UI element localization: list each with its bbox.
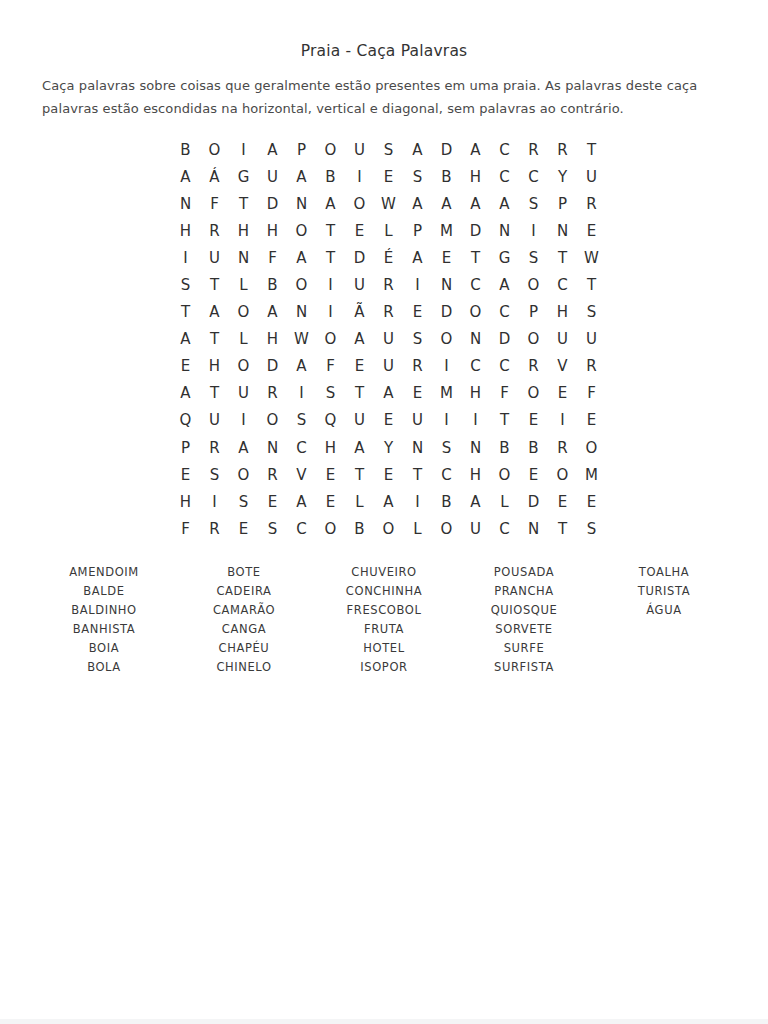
grid-cell-r8c15: U [577,326,606,353]
word-item: QUIOSQUE [454,601,594,620]
grid-cell-r15c3: E [229,515,258,542]
grid-cell-r1c12: C [490,136,519,163]
grid-cell-r14c11: A [461,488,490,515]
grid-cell-r13c8: E [374,461,403,488]
grid-cell-r10c11: H [461,380,490,407]
grid-cell-r5c14: T [548,244,577,271]
grid-cell-r13c1: E [171,461,200,488]
grid-cell-r15c12: C [490,515,519,542]
grid-cell-r2c11: H [461,163,490,190]
grid-cell-r10c15: F [577,380,606,407]
grid-cell-r10c1: A [171,380,200,407]
page: Praia - Caça Palavras Caça palavras sobr… [0,0,768,1024]
word-item: CHAPÉU [174,639,314,658]
grid-cell-r14c9: I [403,488,432,515]
grid-cell-r15c4: S [258,515,287,542]
word-item: BALDINHO [34,601,174,620]
grid-cell-r3c10: A [432,190,461,217]
grid-cell-r1c5: P [287,136,316,163]
word-item: CANGA [174,620,314,639]
grid-cell-r15c7: B [345,515,374,542]
word-list-column-2: BOTECADEIRACAMARÃOCANGACHAPÉUCHINELO [174,563,314,678]
word-item: FRESCOBOL [314,601,454,620]
grid-cell-r8c8: U [374,326,403,353]
grid-cell-r11c3: I [229,407,258,434]
grid-cell-r8c9: S [403,326,432,353]
grid-cell-r13c12: O [490,461,519,488]
grid-cell-r5c7: D [345,244,374,271]
grid-cell-r3c14: P [548,190,577,217]
grid-cell-r4c14: N [548,217,577,244]
grid-cell-r2c12: C [490,163,519,190]
grid-cell-r8c11: N [461,326,490,353]
grid-cell-r9c5: A [287,353,316,380]
grid-cell-r14c14: E [548,488,577,515]
grid-cell-r10c8: A [374,380,403,407]
grid-cell-r7c15: S [577,299,606,326]
grid-cell-r14c10: B [432,488,461,515]
grid-cell-r2c7: I [345,163,374,190]
grid-cell-r15c9: L [403,515,432,542]
grid-cell-r6c7: U [345,271,374,298]
word-item: AMENDOIM [34,563,174,582]
grid-cell-r9c9: R [403,353,432,380]
grid-cell-r10c9: E [403,380,432,407]
word-item: FRUTA [314,620,454,639]
grid-cell-r5c5: A [287,244,316,271]
grid-cell-r9c14: V [548,353,577,380]
grid-cell-r9c6: F [316,353,345,380]
grid-cell-r5c3: N [229,244,258,271]
grid-cell-r1c4: A [258,136,287,163]
grid-cell-r12c13: B [519,434,548,461]
word-item: CAMARÃO [174,601,314,620]
grid-cell-r10c2: T [200,380,229,407]
word-list-column-3: CHUVEIROCONCHINHAFRESCOBOLFRUTAHOTELISOP… [314,563,454,678]
word-list-column-4: POUSADAPRANCHAQUIOSQUESORVETESURFESURFIS… [454,563,594,678]
word-item: BOLA [34,658,174,677]
grid-cell-r4c12: N [490,217,519,244]
grid-cell-r7c5: N [287,299,316,326]
grid-cell-r6c5: O [287,271,316,298]
grid-cell-r6c3: L [229,271,258,298]
wordsearch-grid: BOIAPOUSADACRRTAÁGUABIESBHCCYUNFTDNAOWAA… [171,136,606,542]
page-title: Praia - Caça Palavras [0,42,768,60]
grid-cell-r3c9: A [403,190,432,217]
grid-cell-r6c14: C [548,271,577,298]
grid-cell-r1c13: R [519,136,548,163]
word-list-column-5: TOALHATURISTAÁGUA [594,563,734,678]
grid-cell-r3c5: N [287,190,316,217]
grid-cell-r11c11: I [461,407,490,434]
grid-cell-r10c14: E [548,380,577,407]
grid-cell-r14c4: E [258,488,287,515]
grid-cell-r2c6: B [316,163,345,190]
grid-cell-r1c6: O [316,136,345,163]
grid-cell-r2c13: C [519,163,548,190]
word-item: SURFE [454,639,594,658]
grid-cell-r15c14: T [548,515,577,542]
grid-cell-r1c10: D [432,136,461,163]
word-item: BOTE [174,563,314,582]
grid-cell-r1c7: U [345,136,374,163]
grid-cell-r7c10: D [432,299,461,326]
grid-cell-r4c3: H [229,217,258,244]
grid-cell-r7c9: E [403,299,432,326]
grid-cell-r4c13: I [519,217,548,244]
grid-cell-r6c4: B [258,271,287,298]
grid-cell-r12c3: A [229,434,258,461]
grid-cell-r3c1: N [171,190,200,217]
grid-cell-r1c2: O [200,136,229,163]
grid-cell-r8c12: D [490,326,519,353]
grid-cell-r3c7: O [345,190,374,217]
grid-cell-r2c2: Á [200,163,229,190]
grid-cell-r8c7: A [345,326,374,353]
grid-cell-r7c1: T [171,299,200,326]
word-item: HOTEL [314,639,454,658]
grid-cell-r10c5: I [287,380,316,407]
grid-cell-r4c7: E [345,217,374,244]
grid-cell-r1c9: A [403,136,432,163]
word-item: CHUVEIRO [314,563,454,582]
grid-cell-r5c10: E [432,244,461,271]
grid-cell-r9c3: O [229,353,258,380]
grid-cell-r8c6: O [316,326,345,353]
grid-cell-r13c11: H [461,461,490,488]
grid-cell-r9c1: E [171,353,200,380]
word-item: BOIA [34,639,174,658]
grid-cell-r13c4: R [258,461,287,488]
grid-cell-r11c4: O [258,407,287,434]
grid-cell-r13c3: O [229,461,258,488]
grid-cell-r6c13: O [519,271,548,298]
grid-cell-r12c11: N [461,434,490,461]
grid-cell-r4c4: H [258,217,287,244]
grid-cell-r13c2: S [200,461,229,488]
grid-cell-r6c2: T [200,271,229,298]
grid-cell-r12c1: P [171,434,200,461]
grid-cell-r15c6: O [316,515,345,542]
word-item: BANHISTA [34,620,174,639]
grid-cell-r10c13: O [519,380,548,407]
grid-cell-r2c15: U [577,163,606,190]
grid-cell-r15c11: U [461,515,490,542]
grid-cell-r4c6: T [316,217,345,244]
grid-cell-r11c14: I [548,407,577,434]
grid-cell-r2c10: B [432,163,461,190]
grid-cell-r4c11: D [461,217,490,244]
grid-cell-r4c15: E [577,217,606,244]
grid-cell-r4c1: H [171,217,200,244]
grid-cell-r3c11: A [461,190,490,217]
grid-cell-r7c2: A [200,299,229,326]
grid-cell-r7c6: I [316,299,345,326]
grid-cell-r8c4: H [258,326,287,353]
grid-cell-r12c12: B [490,434,519,461]
grid-cell-r10c3: U [229,380,258,407]
word-list: AMENDOIMBALDEBALDINHOBANHISTABOIABOLABOT… [34,563,734,678]
grid-cell-r7c11: O [461,299,490,326]
grid-cell-r6c15: T [577,271,606,298]
word-item: CHINELO [174,658,314,677]
grid-cell-r9c12: C [490,353,519,380]
grid-cell-r2c5: A [287,163,316,190]
grid-cell-r8c3: L [229,326,258,353]
grid-cell-r3c8: W [374,190,403,217]
grid-cell-r12c2: R [200,434,229,461]
word-item: CONCHINHA [314,582,454,601]
grid-cell-r15c13: N [519,515,548,542]
grid-cell-r6c12: A [490,271,519,298]
grid-cell-r11c8: E [374,407,403,434]
grid-cell-r12c4: N [258,434,287,461]
grid-cell-r11c9: U [403,407,432,434]
grid-cell-r2c1: A [171,163,200,190]
grid-cell-r12c7: A [345,434,374,461]
grid-cell-r9c11: C [461,353,490,380]
grid-cell-r8c14: U [548,326,577,353]
grid-cell-r2c3: G [229,163,258,190]
grid-cell-r3c13: S [519,190,548,217]
page-bottom-edge [0,1019,768,1024]
grid-cell-r14c12: L [490,488,519,515]
grid-cell-r8c1: A [171,326,200,353]
grid-cell-r4c8: L [374,217,403,244]
grid-cell-r12c10: S [432,434,461,461]
grid-cell-r11c12: T [490,407,519,434]
grid-cell-r12c15: O [577,434,606,461]
grid-cell-r11c2: U [200,407,229,434]
grid-cell-r6c10: N [432,271,461,298]
grid-cell-r7c4: A [258,299,287,326]
grid-cell-r1c8: S [374,136,403,163]
grid-cell-r3c6: A [316,190,345,217]
word-item: POUSADA [454,563,594,582]
word-item: SURFISTA [454,658,594,677]
grid-cell-r10c7: T [345,380,374,407]
grid-cell-r4c9: P [403,217,432,244]
grid-cell-r4c5: O [287,217,316,244]
grid-cell-r9c15: R [577,353,606,380]
grid-cell-r4c2: R [200,217,229,244]
word-item: SORVETE [454,620,594,639]
grid-cell-r6c9: I [403,271,432,298]
grid-cell-r11c5: S [287,407,316,434]
grid-cell-r12c14: R [548,434,577,461]
grid-cell-r12c9: N [403,434,432,461]
word-item: BALDE [34,582,174,601]
grid-cell-r14c1: H [171,488,200,515]
grid-cell-r6c6: I [316,271,345,298]
grid-cell-r14c2: I [200,488,229,515]
word-list-column-1: AMENDOIMBALDEBALDINHOBANHISTABOIABOLA [34,563,174,678]
grid-cell-r2c8: E [374,163,403,190]
grid-cell-r5c12: G [490,244,519,271]
grid-cell-r11c13: E [519,407,548,434]
grid-cell-r7c7: Ã [345,299,374,326]
grid-cell-r5c4: F [258,244,287,271]
word-item: ÁGUA [594,601,734,620]
grid-cell-r8c2: T [200,326,229,353]
grid-cell-r7c3: O [229,299,258,326]
grid-cell-r10c10: M [432,380,461,407]
grid-cell-r14c13: D [519,488,548,515]
grid-cell-r10c6: S [316,380,345,407]
grid-cell-r6c11: C [461,271,490,298]
grid-cell-r7c8: R [374,299,403,326]
grid-cell-r13c9: T [403,461,432,488]
grid-cell-r5c15: W [577,244,606,271]
grid-cell-r13c6: E [316,461,345,488]
grid-cell-r1c1: B [171,136,200,163]
word-item: PRANCHA [454,582,594,601]
grid-cell-r9c8: U [374,353,403,380]
grid-cell-r8c5: W [287,326,316,353]
grid-cell-r9c4: D [258,353,287,380]
grid-cell-r14c15: E [577,488,606,515]
grid-cell-r5c11: T [461,244,490,271]
grid-cell-r11c1: Q [171,407,200,434]
grid-cell-r14c3: S [229,488,258,515]
word-item: ISOPOR [314,658,454,677]
grid-cell-r3c15: R [577,190,606,217]
grid-cell-r4c10: M [432,217,461,244]
grid-cell-r1c3: I [229,136,258,163]
grid-cell-r5c1: I [171,244,200,271]
grid-cell-r3c2: F [200,190,229,217]
grid-cell-r5c2: U [200,244,229,271]
grid-cell-r14c8: A [374,488,403,515]
grid-cell-r8c13: O [519,326,548,353]
grid-cell-r7c12: C [490,299,519,326]
grid-cell-r11c7: U [345,407,374,434]
grid-cell-r14c7: L [345,488,374,515]
grid-cell-r11c15: E [577,407,606,434]
grid-cell-r2c9: S [403,163,432,190]
grid-cell-r5c13: S [519,244,548,271]
word-item: TURISTA [594,582,734,601]
grid-cell-r12c8: Y [374,434,403,461]
grid-cell-r15c15: S [577,515,606,542]
grid-cell-r12c6: H [316,434,345,461]
grid-cell-r14c6: E [316,488,345,515]
grid-cell-r3c4: D [258,190,287,217]
grid-cell-r11c6: Q [316,407,345,434]
grid-cell-r15c10: O [432,515,461,542]
grid-cell-r15c1: F [171,515,200,542]
word-item: CADEIRA [174,582,314,601]
grid-cell-r6c1: S [171,271,200,298]
grid-cell-r1c11: A [461,136,490,163]
grid-cell-r13c13: E [519,461,548,488]
grid-cell-r2c4: U [258,163,287,190]
grid-cell-r15c8: O [374,515,403,542]
grid-cell-r11c10: I [432,407,461,434]
grid-cell-r15c2: R [200,515,229,542]
grid-cell-r9c7: E [345,353,374,380]
grid-cell-r3c3: T [229,190,258,217]
grid-cell-r8c10: O [432,326,461,353]
grid-cell-r5c8: É [374,244,403,271]
grid-cell-r1c14: R [548,136,577,163]
grid-cell-r13c10: C [432,461,461,488]
grid-cell-r9c2: H [200,353,229,380]
grid-cell-r1c15: T [577,136,606,163]
grid-cell-r13c15: M [577,461,606,488]
grid-cell-r2c14: Y [548,163,577,190]
word-item: TOALHA [594,563,734,582]
grid-cell-r3c12: A [490,190,519,217]
grid-cell-r5c6: T [316,244,345,271]
grid-cell-r9c13: R [519,353,548,380]
grid-cell-r14c5: A [287,488,316,515]
grid-cell-r12c5: C [287,434,316,461]
grid-cell-r13c5: V [287,461,316,488]
puzzle-description: Caça palavras sobre coisas que geralment… [42,75,712,120]
grid-cell-r10c4: R [258,380,287,407]
grid-cell-r6c8: R [374,271,403,298]
grid-cell-r10c12: F [490,380,519,407]
grid-cell-r15c5: C [287,515,316,542]
grid-cell-r13c14: O [548,461,577,488]
grid-cell-r9c10: I [432,353,461,380]
grid-cell-r5c9: A [403,244,432,271]
grid-cell-r13c7: T [345,461,374,488]
grid-cell-r7c13: P [519,299,548,326]
grid-cell-r7c14: H [548,299,577,326]
